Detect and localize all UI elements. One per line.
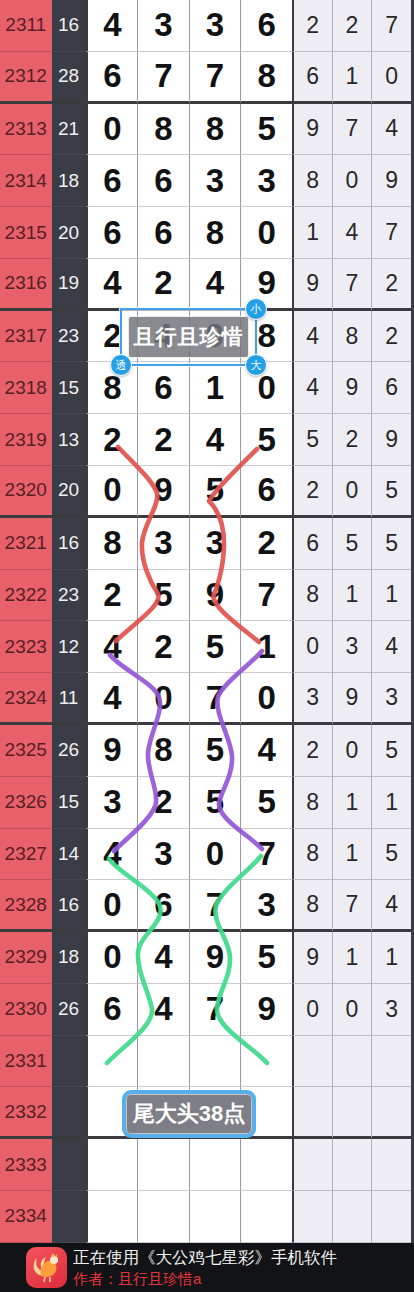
tail-cell: 1 bbox=[332, 777, 372, 829]
tail-cell: 9 bbox=[332, 362, 372, 414]
chart-row-2327: 2327144307815 bbox=[0, 829, 411, 881]
footer-author-text: 作者：且行且珍惜a bbox=[73, 1269, 337, 1288]
digit-cell: 4 bbox=[137, 984, 189, 1036]
digit-cell bbox=[137, 1191, 189, 1243]
tail-cell: 2 bbox=[292, 725, 332, 777]
sum-cell: 18 bbox=[52, 155, 86, 207]
tail-cell: 5 bbox=[371, 466, 411, 518]
digit-cell: 8 bbox=[137, 104, 189, 156]
digit-cell: 5 bbox=[240, 932, 292, 984]
chart-row-2325: 2325269854205 bbox=[0, 725, 411, 777]
digit-cell: 6 bbox=[137, 362, 189, 414]
rooster-head bbox=[50, 1256, 58, 1264]
chart-row-2318: 2318158610496 bbox=[0, 362, 411, 414]
digit-cell bbox=[240, 1036, 292, 1088]
tail-cell: 9 bbox=[292, 932, 332, 984]
chart-row-2311: 2311164336227 bbox=[0, 0, 411, 52]
digit-cell: 4 bbox=[240, 725, 292, 777]
digit-cell: 6 bbox=[86, 52, 138, 104]
digit-cell: 7 bbox=[189, 880, 241, 932]
chart-row-2333: 2333 bbox=[0, 1139, 411, 1191]
digit-cell: 5 bbox=[189, 725, 241, 777]
chart-row-2320: 2320200956205 bbox=[0, 466, 411, 518]
digit-cell: 8 bbox=[189, 207, 241, 259]
tail-cell: 9 bbox=[371, 414, 411, 466]
sum-cell: 23 bbox=[52, 311, 86, 363]
tail-cell bbox=[371, 1191, 411, 1243]
digit-cell: 1 bbox=[189, 362, 241, 414]
tail-cell: 7 bbox=[332, 104, 372, 156]
period-cell: 2332 bbox=[0, 1087, 52, 1139]
chart-row-2316: 2316194249972 bbox=[0, 259, 411, 311]
digit-cell: 5 bbox=[189, 466, 241, 518]
digit-cell: 0 bbox=[86, 932, 138, 984]
tail-cell: 0 bbox=[332, 725, 372, 777]
sum-cell: 15 bbox=[52, 777, 86, 829]
digit-cell: 6 bbox=[137, 155, 189, 207]
period-cell: 2327 bbox=[0, 829, 52, 881]
lottery-trend-screen: 2311164336227231228677861023132108859742… bbox=[0, 0, 414, 1292]
chart-row-2321: 2321168332655 bbox=[0, 518, 411, 570]
tail-cell: 2 bbox=[332, 414, 372, 466]
digit-cell: 0 bbox=[240, 673, 292, 725]
tail-cell: 4 bbox=[332, 207, 372, 259]
chart-row-2322: 2322232597811 bbox=[0, 570, 411, 622]
tail-cell: 5 bbox=[371, 518, 411, 570]
footer-usage-text: 正在使用《大公鸡七星彩》手机软件 bbox=[73, 1246, 337, 1269]
period-cell: 2314 bbox=[0, 155, 52, 207]
digit-cell: 6 bbox=[240, 466, 292, 518]
sum-cell: 16 bbox=[52, 0, 86, 52]
digit-cell: 9 bbox=[240, 984, 292, 1036]
digit-cell: 4 bbox=[86, 829, 138, 881]
sum-cell: 19 bbox=[52, 259, 86, 311]
scale-small-handle[interactable]: 小 bbox=[245, 298, 267, 320]
rooster-app-icon bbox=[26, 1247, 67, 1288]
digit-cell bbox=[137, 1139, 189, 1191]
digit-cell bbox=[137, 1036, 189, 1088]
tail-cell: 1 bbox=[332, 570, 372, 622]
period-cell: 2323 bbox=[0, 621, 52, 673]
sum-cell: 20 bbox=[52, 466, 86, 518]
digit-cell: 6 bbox=[86, 984, 138, 1036]
tail-cell bbox=[292, 1087, 332, 1139]
sum-cell: 28 bbox=[52, 52, 86, 104]
digit-cell: 7 bbox=[137, 52, 189, 104]
watermark-selection-frame[interactable]: 且行且珍惜 小 透 大 bbox=[120, 308, 257, 366]
chart-row-2313: 2313210885974 bbox=[0, 104, 411, 156]
digit-cell: 3 bbox=[189, 0, 241, 52]
period-cell: 2311 bbox=[0, 0, 52, 52]
digit-cell: 2 bbox=[137, 414, 189, 466]
watermark-text: 且行且珍惜 bbox=[134, 323, 244, 351]
period-cell: 2316 bbox=[0, 259, 52, 311]
sum-cell: 16 bbox=[52, 880, 86, 932]
tail-cell: 5 bbox=[292, 414, 332, 466]
digit-cell: 4 bbox=[86, 673, 138, 725]
digit-cell: 6 bbox=[240, 0, 292, 52]
digit-cell: 2 bbox=[86, 414, 138, 466]
digit-cell: 5 bbox=[240, 414, 292, 466]
rooster-comb bbox=[51, 1253, 57, 1257]
scale-large-handle[interactable]: 大 bbox=[245, 354, 267, 376]
tail-cell: 0 bbox=[332, 984, 372, 1036]
tail-cell: 9 bbox=[292, 104, 332, 156]
digit-cell bbox=[86, 1191, 138, 1243]
digit-cell bbox=[86, 1139, 138, 1191]
digit-cell: 6 bbox=[137, 207, 189, 259]
period-cell: 2331 bbox=[0, 1036, 52, 1088]
digit-cell: 5 bbox=[137, 570, 189, 622]
tail-cell bbox=[371, 1036, 411, 1088]
digit-cell: 5 bbox=[189, 777, 241, 829]
tail-cell: 2 bbox=[371, 311, 411, 363]
digit-cell: 7 bbox=[240, 829, 292, 881]
period-cell: 2315 bbox=[0, 207, 52, 259]
tail-cell: 9 bbox=[292, 259, 332, 311]
digit-cell bbox=[189, 1191, 241, 1243]
digit-cell: 4 bbox=[189, 414, 241, 466]
tail-cell: 8 bbox=[332, 311, 372, 363]
tail-cell: 3 bbox=[292, 673, 332, 725]
tail-cell: 2 bbox=[292, 466, 332, 518]
tail-cell: 0 bbox=[292, 621, 332, 673]
tail-cell: 4 bbox=[292, 362, 332, 414]
digit-cell: 6 bbox=[86, 155, 138, 207]
digit-cell: 2 bbox=[240, 518, 292, 570]
digit-cell: 8 bbox=[189, 104, 241, 156]
sum-cell: 14 bbox=[52, 829, 86, 881]
period-cell: 2325 bbox=[0, 725, 52, 777]
tail-cell: 8 bbox=[292, 829, 332, 881]
tail-cell bbox=[292, 1191, 332, 1243]
digit-cell: 8 bbox=[240, 52, 292, 104]
digit-cell: 0 bbox=[137, 673, 189, 725]
digit-cell: 3 bbox=[137, 0, 189, 52]
sum-cell: 20 bbox=[52, 207, 86, 259]
tail-cell: 9 bbox=[371, 155, 411, 207]
period-cell: 2330 bbox=[0, 984, 52, 1036]
trend-chart-grid: 2311164336227231228677861023132108859742… bbox=[0, 0, 414, 1243]
digit-cell: 8 bbox=[86, 518, 138, 570]
tail-cell bbox=[371, 1087, 411, 1139]
digit-cell bbox=[189, 1139, 241, 1191]
chart-row-2323: 2323124251034 bbox=[0, 621, 411, 673]
tail-cell: 1 bbox=[371, 570, 411, 622]
tail-cell: 7 bbox=[332, 259, 372, 311]
chart-row-2334: 2334 bbox=[0, 1191, 411, 1243]
chart-row-2326: 2326153255811 bbox=[0, 777, 411, 829]
tail-cell: 7 bbox=[371, 0, 411, 52]
note-text: 尾大头38点 bbox=[133, 1099, 245, 1129]
sum-cell: 26 bbox=[52, 725, 86, 777]
tail-cell: 5 bbox=[332, 518, 372, 570]
digit-cell: 5 bbox=[240, 104, 292, 156]
tail-cell bbox=[371, 1139, 411, 1191]
tail-cell bbox=[292, 1139, 332, 1191]
digit-cell: 2 bbox=[137, 259, 189, 311]
digit-cell: 6 bbox=[137, 880, 189, 932]
digit-cell: 3 bbox=[137, 518, 189, 570]
rooster-legs bbox=[44, 1277, 50, 1282]
tail-cell: 3 bbox=[371, 984, 411, 1036]
chart-row-2319: 2319132245529 bbox=[0, 414, 411, 466]
digit-cell: 3 bbox=[189, 518, 241, 570]
transparency-handle[interactable]: 透 bbox=[110, 354, 132, 376]
sum-cell: 21 bbox=[52, 104, 86, 156]
digit-cell: 4 bbox=[137, 932, 189, 984]
digit-cell: 9 bbox=[137, 466, 189, 518]
chart-row-2315: 2315206680147 bbox=[0, 207, 411, 259]
digit-cell bbox=[86, 1036, 138, 1088]
tail-cell: 4 bbox=[371, 880, 411, 932]
tail-cell: 6 bbox=[371, 362, 411, 414]
tail-cell: 6 bbox=[292, 52, 332, 104]
sum-cell: 12 bbox=[52, 621, 86, 673]
digit-cell: 4 bbox=[189, 259, 241, 311]
digit-cell: 9 bbox=[189, 932, 241, 984]
digit-cell: 0 bbox=[86, 466, 138, 518]
digit-cell: 2 bbox=[86, 570, 138, 622]
tail-cell: 1 bbox=[292, 207, 332, 259]
tail-cell: 0 bbox=[371, 52, 411, 104]
tail-cell: 7 bbox=[371, 207, 411, 259]
tail-cell: 9 bbox=[332, 673, 372, 725]
period-cell: 2321 bbox=[0, 518, 52, 570]
chart-row-2312: 2312286778610 bbox=[0, 52, 411, 104]
digit-cell: 5 bbox=[189, 621, 241, 673]
note-overlay[interactable]: 尾大头38点 bbox=[122, 1090, 256, 1138]
digit-cell: 5 bbox=[240, 777, 292, 829]
tail-cell: 4 bbox=[371, 621, 411, 673]
tail-cell: 8 bbox=[292, 880, 332, 932]
chart-row-2314: 2314186633809 bbox=[0, 155, 411, 207]
digit-cell: 7 bbox=[189, 52, 241, 104]
digit-cell: 7 bbox=[189, 673, 241, 725]
digit-cell: 3 bbox=[240, 155, 292, 207]
period-cell: 2329 bbox=[0, 932, 52, 984]
watermark-text-box[interactable]: 且行且珍惜 bbox=[128, 316, 249, 358]
tail-cell bbox=[332, 1036, 372, 1088]
tail-cell: 2 bbox=[332, 0, 372, 52]
digit-cell: 0 bbox=[189, 829, 241, 881]
period-cell: 2312 bbox=[0, 52, 52, 104]
digit-cell: 4 bbox=[86, 0, 138, 52]
tail-cell: 2 bbox=[292, 0, 332, 52]
digit-cell: 3 bbox=[137, 829, 189, 881]
tail-cell: 0 bbox=[332, 155, 372, 207]
sum-cell: 13 bbox=[52, 414, 86, 466]
tail-cell bbox=[332, 1191, 372, 1243]
sum-cell: 23 bbox=[52, 570, 86, 622]
tail-cell: 5 bbox=[371, 829, 411, 881]
sum-cell: 11 bbox=[52, 673, 86, 725]
tail-cell: 3 bbox=[332, 621, 372, 673]
period-cell: 2319 bbox=[0, 414, 52, 466]
sum-cell: 18 bbox=[52, 932, 86, 984]
chart-row-2328: 2328160673874 bbox=[0, 880, 411, 932]
tail-cell: 2 bbox=[371, 259, 411, 311]
tail-cell: 1 bbox=[371, 932, 411, 984]
digit-cell bbox=[240, 1139, 292, 1191]
sum-cell bbox=[52, 1087, 86, 1139]
digit-cell: 3 bbox=[240, 880, 292, 932]
tail-cell: 8 bbox=[292, 777, 332, 829]
tail-cell: 1 bbox=[332, 932, 372, 984]
tail-cell: 4 bbox=[371, 104, 411, 156]
digit-cell: 6 bbox=[86, 207, 138, 259]
digit-cell: 9 bbox=[86, 725, 138, 777]
digit-cell: 0 bbox=[86, 104, 138, 156]
tail-cell: 8 bbox=[292, 155, 332, 207]
sum-cell: 26 bbox=[52, 984, 86, 1036]
chart-row-2330: 2330266479003 bbox=[0, 984, 411, 1036]
digit-cell: 2 bbox=[137, 777, 189, 829]
digit-cell: 0 bbox=[86, 880, 138, 932]
digit-cell: 0 bbox=[240, 207, 292, 259]
period-cell: 2333 bbox=[0, 1139, 52, 1191]
digit-cell: 1 bbox=[240, 621, 292, 673]
sum-cell: 15 bbox=[52, 362, 86, 414]
tail-cell bbox=[332, 1087, 372, 1139]
period-cell: 2326 bbox=[0, 777, 52, 829]
chart-row-2329: 2329180495911 bbox=[0, 932, 411, 984]
chart-row-2331: 2331 bbox=[0, 1036, 411, 1088]
sum-cell bbox=[52, 1139, 86, 1191]
tail-cell: 5 bbox=[371, 725, 411, 777]
digit-cell: 2 bbox=[137, 621, 189, 673]
tail-cell: 1 bbox=[332, 829, 372, 881]
digit-cell: 4 bbox=[86, 259, 138, 311]
digit-cell: 3 bbox=[86, 777, 138, 829]
period-cell: 2317 bbox=[0, 311, 52, 363]
period-cell: 2324 bbox=[0, 673, 52, 725]
sum-cell bbox=[52, 1036, 86, 1088]
sum-cell: 16 bbox=[52, 518, 86, 570]
sum-cell bbox=[52, 1191, 86, 1243]
digit-cell: 4 bbox=[86, 621, 138, 673]
period-cell: 2313 bbox=[0, 104, 52, 156]
footer-bar: 正在使用《大公鸡七星彩》手机软件 作者：且行且珍惜a bbox=[0, 1243, 414, 1292]
tail-cell: 7 bbox=[332, 880, 372, 932]
tail-cell: 3 bbox=[371, 673, 411, 725]
period-cell: 2328 bbox=[0, 880, 52, 932]
period-cell: 2320 bbox=[0, 466, 52, 518]
tail-cell bbox=[292, 1036, 332, 1088]
tail-cell: 0 bbox=[332, 466, 372, 518]
digit-cell: 7 bbox=[189, 984, 241, 1036]
period-cell: 2322 bbox=[0, 570, 52, 622]
tail-cell: 1 bbox=[332, 52, 372, 104]
digit-cell: 8 bbox=[137, 725, 189, 777]
tail-cell: 6 bbox=[292, 518, 332, 570]
digit-cell: 7 bbox=[240, 570, 292, 622]
period-cell: 2334 bbox=[0, 1191, 52, 1243]
digit-cell bbox=[189, 1036, 241, 1088]
tail-cell bbox=[332, 1139, 372, 1191]
tail-cell: 0 bbox=[292, 984, 332, 1036]
digit-cell: 3 bbox=[189, 155, 241, 207]
digit-cell: 9 bbox=[189, 570, 241, 622]
digit-cell bbox=[240, 1191, 292, 1243]
period-cell: 2318 bbox=[0, 362, 52, 414]
tail-cell: 1 bbox=[371, 777, 411, 829]
tail-cell: 4 bbox=[292, 311, 332, 363]
chart-row-2324: 2324114070393 bbox=[0, 673, 411, 725]
tail-cell: 8 bbox=[292, 570, 332, 622]
